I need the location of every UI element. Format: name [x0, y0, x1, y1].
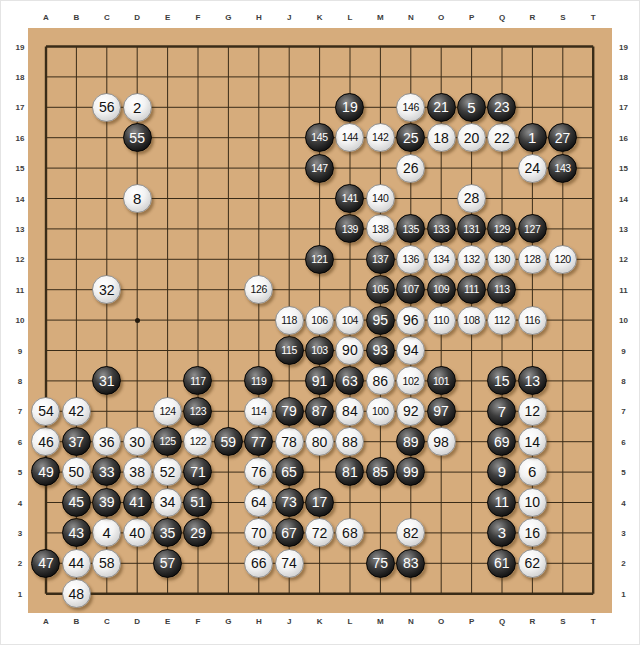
move-number: 6 [528, 464, 536, 479]
stone-white-20: 20 [457, 123, 486, 152]
move-number: 18 [433, 131, 449, 145]
move-number: 115 [281, 345, 297, 356]
move-number: 147 [311, 163, 327, 174]
stone-black-109: 109 [427, 275, 456, 304]
coord-label-bottom-L: L [348, 616, 353, 625]
move-number: 101 [433, 376, 449, 387]
coord-label-bottom-H: H [256, 616, 262, 625]
coord-label-bottom-J: J [287, 616, 291, 625]
stone-white-98: 98 [427, 427, 456, 456]
move-number: 144 [342, 132, 358, 143]
stone-white-142: 142 [366, 123, 395, 152]
board-point-R5: 6 [517, 457, 547, 487]
board-point-J9: 115 [274, 335, 304, 365]
move-number: 100 [372, 406, 388, 417]
board-point-C5: 33 [92, 457, 122, 487]
stone-black-123: 123 [183, 397, 212, 426]
move-number: 94 [403, 343, 419, 357]
move-number: 59 [221, 435, 237, 449]
board-point-Q12: 130 [487, 244, 517, 274]
stone-black-133: 133 [427, 214, 456, 243]
coord-label-right-1: 1 [621, 589, 625, 598]
stone-black-67: 67 [275, 518, 304, 547]
board-point-J6: 78 [274, 426, 304, 456]
board-point-P12: 132 [456, 244, 486, 274]
board-point-B7: 42 [61, 396, 91, 426]
stone-black-121: 121 [305, 245, 334, 274]
coord-label-right-9: 9 [621, 346, 625, 355]
stone-black-93: 93 [366, 336, 395, 365]
move-number: 130 [494, 254, 510, 265]
board-point-C17: 56 [92, 92, 122, 122]
board-point-D5: 38 [122, 457, 152, 487]
stone-white-72: 72 [305, 518, 334, 547]
board-point-C11: 32 [92, 274, 122, 304]
stone-black-107: 107 [396, 275, 425, 304]
stone-white-8: 8 [123, 184, 152, 213]
move-number: 109 [433, 284, 449, 295]
stone-black-33: 33 [92, 457, 121, 486]
move-number: 108 [463, 315, 479, 326]
board-point-B4: 45 [61, 487, 91, 517]
stone-white-40: 40 [123, 518, 152, 547]
board-point-K12: 121 [304, 244, 334, 274]
move-number: 23 [494, 100, 510, 114]
move-number: 45 [69, 495, 85, 509]
board-point-S12: 120 [547, 244, 577, 274]
stone-white-108: 108 [457, 306, 486, 335]
stone-white-88: 88 [335, 427, 364, 456]
move-number: 7 [498, 404, 506, 419]
move-number: 51 [190, 495, 206, 509]
board-point-C8: 31 [92, 366, 122, 396]
coord-label-bottom-T: T [591, 616, 596, 625]
board-point-M13: 138 [365, 214, 395, 244]
coord-label-top-C: C [104, 13, 110, 22]
move-number: 27 [555, 131, 571, 145]
board-point-D6: 30 [122, 426, 152, 456]
board-point-M8: 86 [365, 366, 395, 396]
move-number: 43 [69, 526, 85, 540]
stone-black-97: 97 [427, 397, 456, 426]
coord-label-right-14: 14 [619, 194, 628, 203]
coord-label-bottom-N: N [408, 616, 414, 625]
coord-label-right-18: 18 [619, 72, 628, 81]
move-number: 135 [403, 224, 419, 235]
board-point-M9: 93 [365, 335, 395, 365]
stone-white-120: 120 [548, 245, 577, 274]
board-point-R15: 24 [517, 153, 547, 183]
stone-white-110: 110 [427, 306, 456, 335]
coord-label-top-Q: Q [499, 13, 505, 22]
board-point-K8: 91 [304, 366, 334, 396]
board-point-F8: 117 [183, 366, 213, 396]
move-number: 127 [524, 224, 540, 235]
stone-white-2: 2 [123, 93, 152, 122]
stone-black-65: 65 [275, 457, 304, 486]
coord-label-left-18: 18 [16, 72, 25, 81]
board-point-M11: 105 [365, 274, 395, 304]
board-point-D17: 2 [122, 92, 152, 122]
move-number: 36 [99, 435, 115, 449]
move-number: 113 [494, 284, 510, 295]
move-number: 14 [524, 435, 540, 449]
board-point-Q3: 3 [487, 518, 517, 548]
move-number: 116 [524, 315, 540, 326]
move-number: 79 [281, 404, 297, 418]
stone-black-5: 5 [457, 93, 486, 122]
stone-black-69: 69 [487, 427, 516, 456]
stone-black-71: 71 [183, 457, 212, 486]
stone-black-13: 13 [518, 366, 547, 395]
stone-white-16: 16 [518, 518, 547, 547]
coord-label-bottom-P: P [469, 616, 474, 625]
coord-label-left-7: 7 [18, 407, 22, 416]
board-point-Q17: 23 [487, 92, 517, 122]
move-number: 10 [524, 495, 540, 509]
board-point-J2: 74 [274, 548, 304, 578]
move-number: 119 [251, 376, 267, 387]
stone-white-42: 42 [62, 397, 91, 426]
board-point-M7: 100 [365, 396, 395, 426]
stone-black-11: 11 [487, 488, 516, 517]
move-number: 114 [251, 406, 267, 417]
board-point-F4: 51 [183, 487, 213, 517]
move-number: 24 [524, 161, 540, 175]
move-number: 86 [372, 374, 388, 388]
board-point-H5: 76 [244, 457, 274, 487]
board-point-H6: 77 [244, 426, 274, 456]
stone-white-74: 74 [275, 549, 304, 578]
board-point-N5: 99 [395, 457, 425, 487]
coord-label-top-J: J [287, 13, 291, 22]
move-number: 25 [403, 131, 419, 145]
board-point-K6: 80 [304, 426, 334, 456]
stone-white-112: 112 [487, 306, 516, 335]
move-number: 3 [498, 525, 506, 540]
move-number: 132 [463, 254, 479, 265]
board-point-E4: 34 [152, 487, 182, 517]
move-number: 89 [403, 435, 419, 449]
board-point-J7: 79 [274, 396, 304, 426]
board-point-N8: 102 [395, 366, 425, 396]
stone-black-101: 101 [427, 366, 456, 395]
stone-black-143: 143 [548, 154, 577, 183]
move-number: 30 [129, 435, 145, 449]
move-number: 74 [281, 556, 297, 570]
stone-black-59: 59 [214, 427, 243, 456]
stone-white-140: 140 [366, 184, 395, 213]
stone-white-86: 86 [366, 366, 395, 395]
coord-label-left-6: 6 [18, 437, 22, 446]
stone-white-82: 82 [396, 518, 425, 547]
stone-white-44: 44 [62, 549, 91, 578]
move-number: 142 [372, 132, 388, 143]
move-number: 26 [403, 161, 419, 175]
coord-label-top-E: E [165, 13, 170, 22]
coord-label-bottom-R: R [530, 616, 536, 625]
board-point-L13: 139 [335, 214, 365, 244]
move-number: 12 [524, 404, 540, 418]
coord-label-right-11: 11 [619, 285, 627, 294]
coord-label-left-16: 16 [16, 133, 25, 142]
stone-white-28: 28 [457, 184, 486, 213]
coord-label-top-R: R [530, 13, 536, 22]
board-point-L17: 19 [335, 92, 365, 122]
board-point-O16: 18 [426, 122, 456, 152]
stone-white-54: 54 [31, 397, 60, 426]
move-number: 52 [160, 465, 176, 479]
coord-label-top-H: H [256, 13, 262, 22]
move-number: 122 [190, 436, 206, 447]
stone-black-79: 79 [275, 397, 304, 426]
stone-black-135: 135 [396, 214, 425, 243]
move-number: 93 [372, 343, 388, 357]
board-point-M14: 140 [365, 183, 395, 213]
board-point-E2: 57 [152, 548, 182, 578]
stone-black-91: 91 [305, 366, 334, 395]
stone-black-21: 21 [427, 93, 456, 122]
stone-white-14: 14 [518, 427, 547, 456]
board-point-A6: 46 [31, 426, 61, 456]
coord-label-right-16: 16 [619, 133, 628, 142]
board-point-A7: 54 [31, 396, 61, 426]
board-point-R10: 116 [517, 305, 547, 335]
board-point-J3: 67 [274, 518, 304, 548]
stone-white-144: 144 [335, 123, 364, 152]
board-point-R13: 127 [517, 214, 547, 244]
coord-label-right-2: 2 [621, 559, 625, 568]
stone-black-95: 95 [366, 306, 395, 335]
board-point-P16: 20 [456, 122, 486, 152]
move-number: 62 [524, 556, 540, 570]
coord-label-right-10: 10 [619, 316, 628, 325]
move-number: 37 [69, 435, 85, 449]
board-point-E5: 52 [152, 457, 182, 487]
move-number: 134 [433, 254, 449, 265]
move-number: 15 [494, 374, 510, 388]
board-point-C6: 36 [92, 426, 122, 456]
stone-white-22: 22 [487, 123, 516, 152]
stone-white-46: 46 [31, 427, 60, 456]
move-number: 71 [190, 465, 206, 479]
coord-label-left-14: 14 [16, 194, 25, 203]
coord-label-right-5: 5 [621, 468, 625, 477]
stone-white-12: 12 [518, 397, 547, 426]
board-point-R2: 62 [517, 548, 547, 578]
stone-black-55: 55 [123, 123, 152, 152]
move-number: 140 [372, 193, 388, 204]
stone-black-51: 51 [183, 488, 212, 517]
coord-label-bottom-M: M [377, 616, 384, 625]
stone-white-48: 48 [62, 579, 91, 608]
board-point-R8: 13 [517, 366, 547, 396]
stone-black-115: 115 [275, 336, 304, 365]
stone-black-19: 19 [335, 93, 364, 122]
coord-label-right-8: 8 [621, 376, 625, 385]
stone-black-73: 73 [275, 488, 304, 517]
move-number: 13 [524, 374, 540, 388]
stone-white-130: 130 [487, 245, 516, 274]
move-number: 66 [251, 556, 267, 570]
move-number: 78 [281, 435, 297, 449]
stone-black-131: 131 [457, 214, 486, 243]
move-number: 145 [311, 132, 327, 143]
move-number: 125 [159, 436, 175, 447]
move-number: 106 [311, 315, 327, 326]
stone-white-50: 50 [62, 457, 91, 486]
move-number: 85 [372, 465, 388, 479]
move-number: 75 [372, 556, 388, 570]
stone-white-84: 84 [335, 397, 364, 426]
move-number: 81 [342, 465, 358, 479]
board-point-Q16: 22 [487, 122, 517, 152]
coord-label-left-12: 12 [16, 255, 25, 264]
stone-white-118: 118 [275, 306, 304, 335]
stone-white-24: 24 [518, 154, 547, 183]
stone-white-94: 94 [396, 336, 425, 365]
move-number: 49 [38, 465, 54, 479]
stone-white-58: 58 [92, 549, 121, 578]
stone-white-102: 102 [396, 366, 425, 395]
board-point-N13: 135 [395, 214, 425, 244]
board-point-Q5: 9 [487, 457, 517, 487]
coord-label-top-L: L [348, 13, 353, 22]
board-point-R3: 16 [517, 518, 547, 548]
coord-label-left-3: 3 [18, 528, 22, 537]
board-point-L5: 81 [335, 457, 365, 487]
move-number: 83 [403, 556, 419, 570]
move-number: 72 [312, 526, 328, 540]
stone-black-25: 25 [396, 123, 425, 152]
stone-white-106: 106 [305, 306, 334, 335]
move-number: 110 [433, 315, 449, 326]
board-point-H8: 119 [244, 366, 274, 396]
board-point-M5: 85 [365, 457, 395, 487]
move-number: 143 [554, 163, 570, 174]
coord-label-top-N: N [408, 13, 414, 22]
move-number: 139 [342, 224, 358, 235]
board-point-P10: 108 [456, 305, 486, 335]
stone-white-68: 68 [335, 518, 364, 547]
stone-white-96: 96 [396, 306, 425, 335]
board-point-L9: 90 [335, 335, 365, 365]
stone-white-18: 18 [427, 123, 456, 152]
move-number: 137 [372, 254, 388, 265]
move-number: 4 [103, 525, 111, 540]
board-point-N10: 96 [395, 305, 425, 335]
coord-label-left-4: 4 [18, 498, 22, 507]
stone-white-124: 124 [153, 397, 182, 426]
board-point-N2: 83 [395, 548, 425, 578]
move-number: 87 [312, 404, 328, 418]
move-number: 76 [251, 465, 267, 479]
move-number: 57 [160, 556, 176, 570]
stone-black-113: 113 [487, 275, 516, 304]
coord-label-bottom-G: G [225, 616, 231, 625]
stone-white-134: 134 [427, 245, 456, 274]
stone-white-128: 128 [518, 245, 547, 274]
move-number: 126 [251, 284, 267, 295]
move-number: 44 [69, 556, 85, 570]
stone-white-136: 136 [396, 245, 425, 274]
move-number: 121 [311, 254, 327, 265]
board-point-O10: 110 [426, 305, 456, 335]
stone-black-103: 103 [305, 336, 334, 365]
move-number: 95 [372, 313, 388, 327]
stone-black-111: 111 [457, 275, 486, 304]
move-number: 22 [494, 131, 510, 145]
coord-label-right-4: 4 [621, 498, 625, 507]
stone-black-77: 77 [244, 427, 273, 456]
move-number: 128 [524, 254, 540, 265]
move-number: 58 [99, 556, 115, 570]
stone-black-87: 87 [305, 397, 334, 426]
coord-label-top-P: P [469, 13, 474, 22]
board-point-L16: 144 [335, 122, 365, 152]
move-number: 88 [342, 435, 358, 449]
board-point-S16: 27 [547, 122, 577, 152]
move-number: 21 [433, 100, 449, 114]
move-number: 16 [524, 526, 540, 540]
board-point-M2: 75 [365, 548, 395, 578]
stone-black-117: 117 [183, 366, 212, 395]
stone-black-7: 7 [487, 397, 516, 426]
move-number: 97 [433, 404, 449, 418]
coord-label-right-6: 6 [621, 437, 625, 446]
board-point-E6: 125 [152, 426, 182, 456]
coord-label-top-D: D [134, 13, 140, 22]
coord-label-bottom-D: D [134, 616, 140, 625]
stone-black-41: 41 [123, 488, 152, 517]
stone-white-32: 32 [92, 275, 121, 304]
board-point-O6: 98 [426, 426, 456, 456]
board-point-E7: 124 [152, 396, 182, 426]
board-point-P13: 131 [456, 214, 486, 244]
board-point-B5: 50 [61, 457, 91, 487]
move-number: 1 [528, 130, 536, 145]
move-number: 98 [433, 435, 449, 449]
board-point-M10: 95 [365, 305, 395, 335]
move-number: 129 [494, 224, 510, 235]
coord-label-top-G: G [225, 13, 231, 22]
stone-white-62: 62 [518, 549, 547, 578]
coord-label-left-11: 11 [16, 285, 24, 294]
stone-white-146: 146 [396, 93, 425, 122]
board-point-Q4: 11 [487, 487, 517, 517]
move-number: 56 [99, 100, 115, 114]
move-number: 73 [281, 495, 297, 509]
board-point-L8: 63 [335, 366, 365, 396]
board-point-N3: 82 [395, 518, 425, 548]
board-point-M16: 142 [365, 122, 395, 152]
coord-label-top-M: M [377, 13, 384, 22]
stone-white-80: 80 [305, 427, 334, 456]
move-number: 31 [99, 374, 115, 388]
coord-label-left-1: 1 [18, 589, 22, 598]
board-point-R6: 14 [517, 426, 547, 456]
move-number: 91 [312, 374, 328, 388]
move-number: 90 [342, 343, 358, 357]
stone-black-35: 35 [153, 518, 182, 547]
stone-black-125: 125 [153, 427, 182, 456]
stone-black-81: 81 [335, 457, 364, 486]
coord-label-right-15: 15 [619, 164, 628, 173]
stone-white-76: 76 [244, 457, 273, 486]
board-point-H7: 114 [244, 396, 274, 426]
move-number: 131 [463, 224, 479, 235]
stone-black-127: 127 [518, 214, 547, 243]
